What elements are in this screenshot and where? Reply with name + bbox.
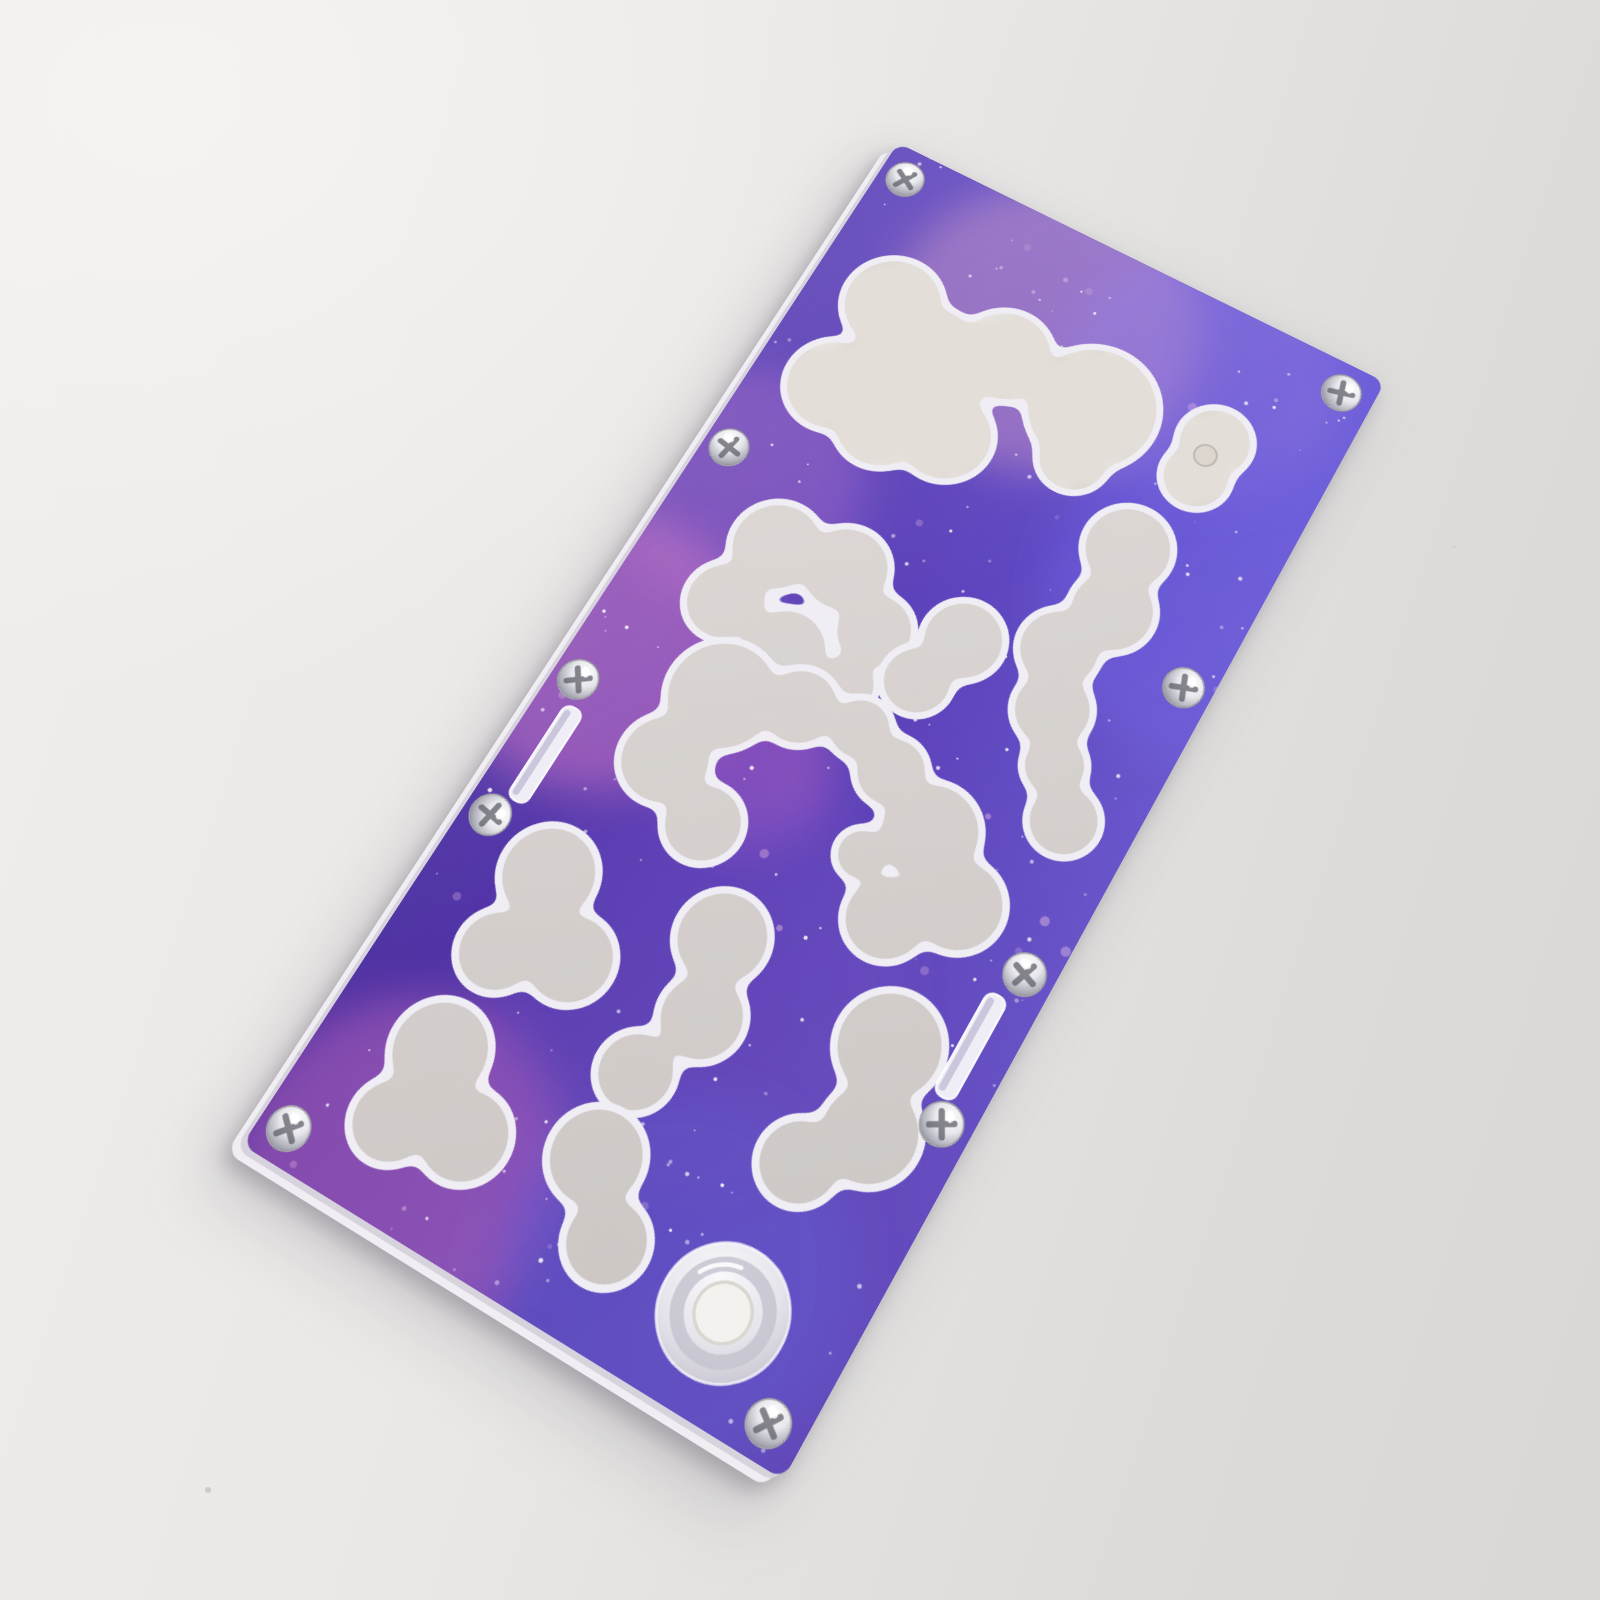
dust-speck: [205, 1487, 211, 1493]
dust-speck: [1452, 545, 1456, 549]
photo-ant-nest: [0, 0, 1600, 1600]
nest-plate: [242, 143, 1385, 1480]
screw: [920, 1101, 964, 1147]
dust-speck: [297, 1052, 301, 1056]
